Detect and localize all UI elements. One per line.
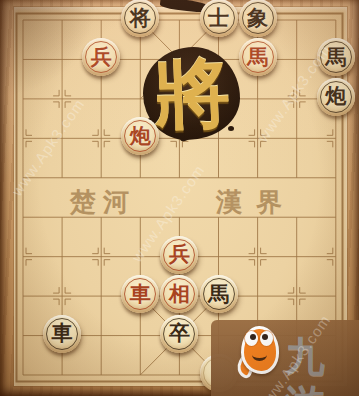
piece-glyph: 将 bbox=[130, 8, 151, 29]
piece-black-c6r0[interactable]: 象 bbox=[239, 0, 277, 37]
piece-glyph: 車 bbox=[52, 323, 73, 344]
piece-glyph: 兵 bbox=[91, 47, 112, 68]
mascot-smile bbox=[252, 349, 267, 361]
piece-glyph: 馬 bbox=[247, 47, 268, 68]
mascot-left-eye bbox=[245, 331, 258, 346]
piece-glyph: 馬 bbox=[325, 47, 346, 68]
piece-black-c8r1[interactable]: 馬 bbox=[317, 38, 355, 76]
mascot-right-eye bbox=[260, 331, 273, 346]
piece-red-c6r1[interactable]: 馬 bbox=[239, 38, 277, 76]
piece-black-c5r0[interactable]: 士 bbox=[200, 0, 238, 37]
piece-black-c4r8[interactable]: 卒 bbox=[160, 315, 198, 353]
piece-glyph: 炮 bbox=[130, 126, 151, 147]
piece-glyph: 相 bbox=[169, 284, 190, 305]
piece-glyph: 象 bbox=[247, 8, 268, 29]
9game-mascot-icon bbox=[241, 326, 279, 374]
river-label-right: 漢界 bbox=[216, 185, 296, 220]
piece-glyph: 馬 bbox=[208, 284, 229, 305]
9game-logo-text: 九游 bbox=[285, 332, 359, 396]
piece-black-c5r7[interactable]: 馬 bbox=[200, 275, 238, 313]
stamp-general-glyph: 將 bbox=[152, 54, 231, 133]
piece-glyph: 卒 bbox=[169, 323, 190, 344]
piece-glyph: 車 bbox=[130, 284, 151, 305]
piece-black-c8r2[interactable]: 炮 bbox=[317, 78, 355, 116]
river-label-left: 楚河 bbox=[70, 185, 136, 220]
general-stamp-logo: 將 bbox=[143, 47, 240, 140]
piece-black-c1r8[interactable]: 車 bbox=[43, 315, 81, 353]
piece-glyph: 士 bbox=[208, 8, 229, 29]
piece-glyph: 兵 bbox=[169, 244, 190, 265]
piece-red-c4r6[interactable]: 兵 bbox=[160, 236, 198, 274]
piece-glyph: 炮 bbox=[325, 86, 346, 107]
xiangqi-app-screenshot: 楚河 漢界 將 将士象兵馬馬炮炮兵車相馬車卒 九游 www.Apk3.com w… bbox=[0, 0, 359, 396]
9game-logo-panel[interactable]: 九游 bbox=[211, 320, 359, 396]
